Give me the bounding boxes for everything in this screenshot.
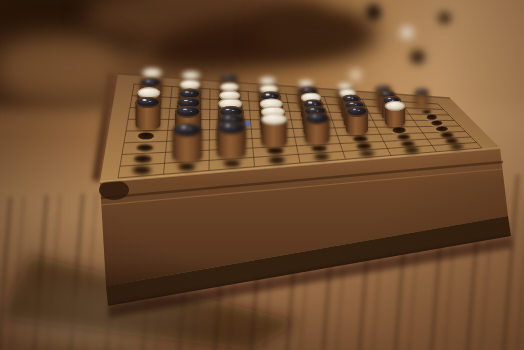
specular-highlight (419, 91, 421, 92)
white-peg[interactable] (385, 101, 405, 127)
specular-highlight (388, 98, 391, 99)
specular-highlight (271, 95, 273, 96)
empty-hole[interactable] (312, 145, 328, 152)
empty-hole[interactable] (449, 144, 464, 150)
specular-highlight (352, 98, 354, 99)
specular-highlight (384, 89, 385, 90)
photo-scene (0, 0, 524, 350)
specular-highlight (318, 117, 320, 118)
specular-highlight (190, 110, 192, 111)
specular-highlight (392, 99, 394, 100)
empty-hole[interactable] (436, 127, 448, 132)
specular-highlight (184, 100, 188, 101)
black-peg[interactable] (346, 106, 368, 135)
specular-highlight (316, 110, 318, 111)
peg-top (172, 123, 201, 137)
specular-highlight (350, 103, 353, 104)
empty-hole[interactable] (404, 147, 419, 153)
empty-hole[interactable] (138, 133, 154, 140)
empty-hole[interactable] (313, 154, 330, 161)
black-peg[interactable] (217, 122, 245, 159)
empty-hole[interactable] (426, 115, 437, 119)
specular-highlight (358, 110, 360, 111)
specular-highlight (355, 104, 357, 105)
specular-highlight (226, 109, 230, 110)
empty-hole[interactable] (359, 150, 375, 157)
black-peg[interactable] (305, 112, 330, 145)
empty-hole[interactable] (397, 134, 411, 140)
empty-hole[interactable] (223, 160, 241, 168)
specular-highlight (183, 109, 187, 110)
empty-hole[interactable] (353, 136, 367, 142)
specular-highlight (312, 115, 316, 116)
specular-highlight (380, 88, 382, 89)
peg-top (305, 112, 330, 124)
specular-highlight (185, 91, 189, 92)
empty-hole[interactable] (132, 166, 151, 174)
specular-highlight (226, 76, 229, 77)
specular-highlight (266, 94, 269, 95)
specular-highlight (310, 109, 314, 110)
specular-highlight (230, 78, 232, 79)
empty-hole[interactable] (431, 121, 442, 126)
board-grid (0, 0, 524, 350)
specular-highlight (309, 90, 311, 91)
specular-highlight (191, 93, 193, 94)
empty-hole[interactable] (268, 157, 285, 164)
white-peg[interactable] (261, 113, 287, 147)
specular-highlight (232, 119, 234, 120)
black-peg[interactable] (414, 89, 429, 109)
specular-highlight (347, 97, 350, 98)
specular-highlight (308, 102, 311, 103)
specular-highlight (232, 110, 234, 111)
black-peg[interactable] (135, 96, 160, 129)
specular-highlight (384, 93, 387, 94)
empty-hole[interactable] (136, 144, 153, 151)
specular-highlight (314, 103, 316, 104)
specular-highlight (388, 94, 390, 95)
specular-highlight (143, 99, 147, 100)
empty-hole[interactable] (267, 148, 283, 155)
peg-top (346, 106, 368, 117)
specular-highlight (152, 82, 154, 83)
specular-highlight (149, 101, 151, 102)
specular-highlight (146, 80, 149, 81)
specular-highlight (422, 92, 423, 93)
empty-hole[interactable] (393, 128, 406, 133)
specular-highlight (181, 126, 186, 128)
empty-hole[interactable] (177, 163, 196, 171)
empty-hole[interactable] (134, 155, 152, 163)
peg-top (135, 96, 160, 108)
black-peg[interactable] (172, 123, 201, 162)
empty-hole[interactable] (356, 143, 371, 149)
peg-top (414, 89, 429, 96)
empty-hole[interactable] (400, 141, 414, 147)
empty-hole[interactable] (440, 132, 453, 137)
specular-highlight (353, 109, 357, 110)
empty-hole[interactable] (422, 110, 432, 114)
specular-highlight (189, 128, 192, 129)
specular-highlight (305, 89, 308, 90)
specular-highlight (226, 125, 231, 127)
specular-highlight (233, 127, 236, 128)
specular-highlight (190, 102, 192, 103)
peg-top (261, 113, 287, 125)
specular-highlight (226, 117, 230, 119)
